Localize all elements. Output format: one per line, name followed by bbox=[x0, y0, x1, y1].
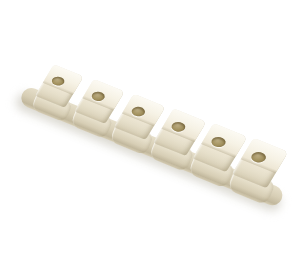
screw-hole-icon bbox=[170, 121, 187, 133]
screw-hole-icon bbox=[250, 151, 268, 164]
screw-hole-icon bbox=[210, 136, 227, 149]
screw-hole-icon bbox=[90, 91, 106, 102]
screw-hole-icon bbox=[50, 76, 65, 87]
product-photo bbox=[0, 0, 300, 266]
screw-hole-icon bbox=[130, 106, 146, 118]
terminal-strip bbox=[18, 49, 300, 210]
